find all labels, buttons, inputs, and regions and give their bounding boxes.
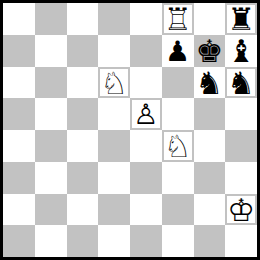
square-b2[interactable] [35, 194, 67, 226]
square-e1[interactable] [130, 225, 162, 257]
square-g5[interactable] [194, 98, 226, 130]
square-d4[interactable] [98, 130, 130, 162]
square-b8[interactable] [35, 3, 67, 35]
square-h2[interactable]: ♔ [225, 194, 257, 226]
square-e6[interactable] [130, 67, 162, 99]
square-a8[interactable] [3, 3, 35, 35]
square-f5[interactable] [162, 98, 194, 130]
square-e3[interactable] [130, 162, 162, 194]
square-g3[interactable] [194, 162, 226, 194]
square-h3[interactable] [225, 162, 257, 194]
square-b3[interactable] [35, 162, 67, 194]
square-e5[interactable]: ♙ [130, 98, 162, 130]
square-f3[interactable] [162, 162, 194, 194]
square-h1[interactable] [225, 225, 257, 257]
square-g4[interactable] [194, 130, 226, 162]
square-a5[interactable] [3, 98, 35, 130]
chess-board-frame: ♖♜♟♚♝♘♞♞♙♘♔ [0, 0, 260, 260]
square-e4[interactable] [130, 130, 162, 162]
square-d2[interactable] [98, 194, 130, 226]
square-b6[interactable] [35, 67, 67, 99]
square-d6[interactable]: ♘ [98, 67, 130, 99]
square-c2[interactable] [67, 194, 99, 226]
square-e7[interactable] [130, 35, 162, 67]
square-b1[interactable] [35, 225, 67, 257]
square-a3[interactable] [3, 162, 35, 194]
square-h7[interactable]: ♝ [225, 35, 257, 67]
square-c8[interactable] [67, 3, 99, 35]
square-f1[interactable] [162, 225, 194, 257]
square-c4[interactable] [67, 130, 99, 162]
black-pawn-f7: ♟ [165, 38, 190, 66]
square-f4[interactable]: ♘ [162, 130, 194, 162]
square-g2[interactable] [194, 194, 226, 226]
square-b4[interactable] [35, 130, 67, 162]
white-knight-d6: ♘ [100, 68, 128, 98]
black-rook-h8: ♜ [227, 4, 255, 34]
square-d5[interactable] [98, 98, 130, 130]
square-h8[interactable]: ♜ [225, 3, 257, 35]
white-king-h2: ♔ [227, 195, 255, 225]
white-knight-f4: ♘ [164, 131, 192, 161]
square-g8[interactable] [194, 3, 226, 35]
square-b5[interactable] [35, 98, 67, 130]
square-c7[interactable] [67, 35, 99, 67]
square-g1[interactable] [194, 225, 226, 257]
square-a7[interactable] [3, 35, 35, 67]
black-knight-h6: ♞ [227, 68, 255, 98]
chess-board: ♖♜♟♚♝♘♞♞♙♘♔ [3, 3, 257, 257]
white-pawn-e5: ♙ [133, 101, 158, 129]
square-c6[interactable] [67, 67, 99, 99]
square-f7[interactable]: ♟ [162, 35, 194, 67]
square-d1[interactable] [98, 225, 130, 257]
square-c5[interactable] [67, 98, 99, 130]
square-b7[interactable] [35, 35, 67, 67]
square-c3[interactable] [67, 162, 99, 194]
square-a6[interactable] [3, 67, 35, 99]
square-g7[interactable]: ♚ [194, 35, 226, 67]
square-a4[interactable] [3, 130, 35, 162]
square-f6[interactable] [162, 67, 194, 99]
square-e2[interactable] [130, 194, 162, 226]
square-f8[interactable]: ♖ [162, 3, 194, 35]
square-c1[interactable] [67, 225, 99, 257]
black-bishop-h7: ♝ [227, 36, 255, 66]
square-d7[interactable] [98, 35, 130, 67]
square-f2[interactable] [162, 194, 194, 226]
square-g6[interactable]: ♞ [194, 67, 226, 99]
square-h5[interactable] [225, 98, 257, 130]
black-king-g7: ♚ [195, 36, 223, 66]
square-e8[interactable] [130, 3, 162, 35]
square-a1[interactable] [3, 225, 35, 257]
square-d8[interactable] [98, 3, 130, 35]
square-d3[interactable] [98, 162, 130, 194]
square-h6[interactable]: ♞ [225, 67, 257, 99]
white-rook-f8: ♖ [164, 4, 192, 34]
square-a2[interactable] [3, 194, 35, 226]
square-h4[interactable] [225, 130, 257, 162]
black-knight-g6: ♞ [195, 68, 223, 98]
